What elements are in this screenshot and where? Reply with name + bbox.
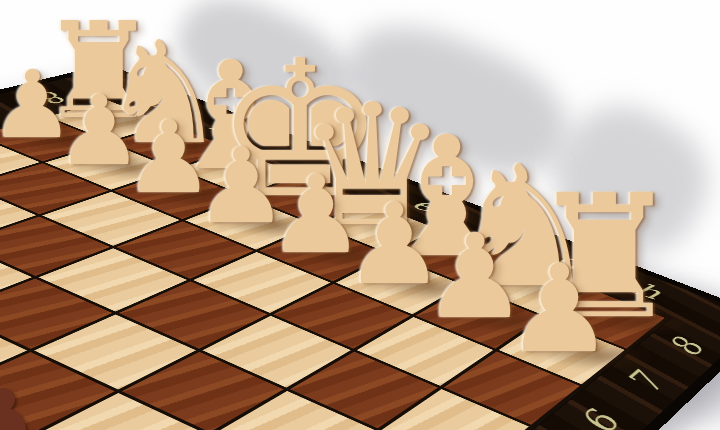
chess-piece-pawn[interactable]: ♟ [0,371,70,430]
scene: aabbccddeeffgghh8877665544332211 ♜♞♝♚♛♝♞… [0,0,720,430]
chess-piece-pawn[interactable]: ♟ [505,249,614,371]
